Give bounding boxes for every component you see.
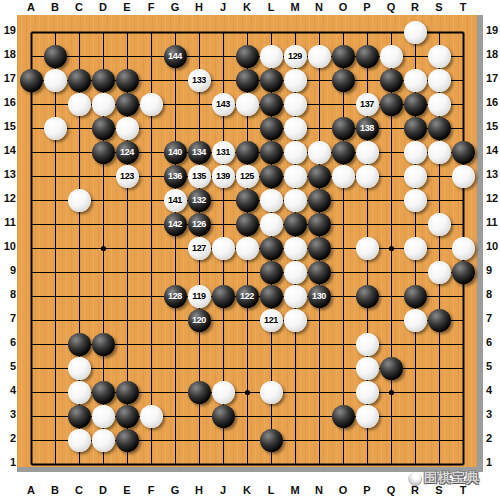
white-stone-P14[interactable] (356, 141, 379, 164)
white-stone-K16[interactable] (236, 93, 259, 116)
coord-right-16: 16 (486, 96, 500, 108)
white-stone-P3[interactable] (356, 405, 379, 428)
logo-text: 围棋宝典 (424, 469, 480, 487)
black-stone-N10[interactable] (308, 237, 331, 260)
black-stone-O14[interactable] (332, 141, 355, 164)
black-stone-G8[interactable]: 128 (164, 285, 187, 308)
coord-bottom-H: H (187, 484, 211, 496)
white-stone-J4[interactable] (212, 381, 235, 404)
black-stone-D14[interactable] (92, 141, 115, 164)
move-number-label: 119 (192, 292, 205, 301)
white-stone-E15[interactable] (116, 117, 139, 140)
white-stone-P6[interactable] (356, 333, 379, 356)
coord-right-10: 10 (486, 240, 500, 252)
black-stone-H4[interactable] (188, 381, 211, 404)
black-stone-D15[interactable] (92, 117, 115, 140)
white-stone-R19[interactable] (404, 21, 427, 44)
coord-bottom-E: E (115, 484, 139, 496)
coord-right-9: 9 (486, 264, 500, 276)
white-stone-R12[interactable] (404, 189, 427, 212)
coord-left-3: 3 (1, 408, 16, 420)
coord-right-6: 6 (486, 336, 500, 348)
black-stone-L15[interactable] (260, 117, 283, 140)
white-stone-J14[interactable]: 131 (212, 141, 235, 164)
move-number-label: 126 (192, 220, 206, 229)
white-stone-L11[interactable] (260, 213, 283, 236)
white-stone-R10[interactable] (404, 237, 427, 260)
black-stone-K11[interactable] (236, 213, 259, 236)
coord-right-14: 14 (486, 144, 500, 156)
coord-bottom-L: L (259, 484, 283, 496)
move-number-label: 140 (168, 148, 182, 157)
coord-top-H: H (187, 1, 211, 13)
coord-top-O: O (331, 1, 355, 13)
white-stone-F3[interactable] (140, 405, 163, 428)
coord-right-13: 13 (486, 168, 500, 180)
black-stone-E17[interactable] (116, 69, 139, 92)
black-stone-O17[interactable] (332, 69, 355, 92)
coord-left-2: 2 (1, 432, 16, 444)
white-stone-S9[interactable] (428, 261, 451, 284)
black-stone-K12[interactable] (236, 189, 259, 212)
black-stone-R15[interactable] (404, 117, 427, 140)
black-stone-C17[interactable] (68, 69, 91, 92)
coord-right-12: 12 (486, 192, 500, 204)
white-stone-O13[interactable] (332, 165, 355, 188)
coord-left-15: 15 (1, 120, 16, 132)
black-stone-N13[interactable] (308, 165, 331, 188)
go-stone-swirl-icon (408, 472, 421, 485)
white-stone-C16[interactable] (68, 93, 91, 116)
black-stone-L13[interactable] (260, 165, 283, 188)
white-stone-D3[interactable] (92, 405, 115, 428)
move-number-label: 135 (192, 172, 206, 181)
coord-top-S: S (427, 1, 451, 13)
white-stone-T10[interactable] (452, 237, 475, 260)
black-stone-D17[interactable] (92, 69, 115, 92)
black-stone-H11[interactable]: 126 (188, 213, 211, 236)
white-stone-P16[interactable]: 137 (356, 93, 379, 116)
white-stone-D16[interactable] (92, 93, 115, 116)
black-stone-K14[interactable] (236, 141, 259, 164)
black-stone-E4[interactable] (116, 381, 139, 404)
black-stone-C3[interactable] (68, 405, 91, 428)
white-stone-M18[interactable]: 129 (284, 45, 307, 68)
coord-top-T: T (451, 1, 475, 13)
coord-top-G: G (163, 1, 187, 13)
black-stone-R16[interactable] (404, 93, 427, 116)
coord-left-16: 16 (1, 96, 16, 108)
black-stone-Q16[interactable] (380, 93, 403, 116)
white-stone-L7[interactable]: 121 (260, 309, 283, 332)
black-stone-G14[interactable]: 140 (164, 141, 187, 164)
black-stone-E3[interactable] (116, 405, 139, 428)
coord-right-17: 17 (486, 72, 500, 84)
coord-right-1: 1 (486, 456, 500, 468)
move-number-label: 133 (192, 76, 206, 85)
black-stone-K8[interactable]: 122 (236, 285, 259, 308)
white-stone-M16[interactable] (284, 93, 307, 116)
white-stone-C12[interactable] (68, 189, 91, 212)
move-number-label: 124 (120, 148, 134, 157)
black-stone-Q5[interactable] (380, 357, 403, 380)
coord-right-2: 2 (486, 432, 500, 444)
white-stone-R13[interactable] (404, 165, 427, 188)
go-diagram-screen: 1441291331431371381241401341311231361351… (0, 0, 500, 500)
black-stone-S7[interactable] (428, 309, 451, 332)
coord-top-C: C (67, 1, 91, 13)
white-stone-C2[interactable] (68, 429, 91, 452)
coord-top-M: M (283, 1, 307, 13)
black-stone-M11[interactable] (284, 213, 307, 236)
white-stone-K13[interactable]: 125 (236, 165, 259, 188)
move-number-label: 141 (168, 196, 182, 205)
black-stone-G18[interactable]: 144 (164, 45, 187, 68)
white-stone-P4[interactable] (356, 381, 379, 404)
coord-top-P: P (355, 1, 379, 13)
go-board[interactable]: 1441291331431371381241401341311231361351… (17, 15, 483, 472)
coord-top-F: F (139, 1, 163, 13)
black-stone-E14[interactable]: 124 (116, 141, 139, 164)
white-stone-M7[interactable] (284, 309, 307, 332)
coord-right-3: 3 (486, 408, 500, 420)
black-stone-S15[interactable] (428, 117, 451, 140)
black-stone-T9[interactable] (452, 261, 475, 284)
black-stone-L16[interactable] (260, 93, 283, 116)
coord-bottom-Q: Q (379, 484, 403, 496)
move-number-label: 122 (240, 292, 254, 301)
black-stone-N11[interactable] (308, 213, 331, 236)
coord-right-4: 4 (486, 384, 500, 396)
coord-top-K: K (235, 1, 259, 13)
coord-right-7: 7 (486, 312, 500, 324)
coord-top-J: J (211, 1, 235, 13)
white-stone-F16[interactable] (140, 93, 163, 116)
coord-top-N: N (307, 1, 331, 13)
coord-bottom-A: A (19, 484, 43, 496)
black-stone-T14[interactable] (452, 141, 475, 164)
black-stone-R8[interactable] (404, 285, 427, 308)
black-stone-P8[interactable] (356, 285, 379, 308)
white-stone-M13[interactable] (284, 165, 307, 188)
coord-left-18: 18 (1, 48, 16, 60)
move-number-label: 121 (264, 316, 278, 325)
black-stone-L17[interactable] (260, 69, 283, 92)
coord-bottom-B: B (43, 484, 67, 496)
white-stone-M10[interactable] (284, 237, 307, 260)
move-number-label: 139 (216, 172, 230, 181)
white-stone-H10[interactable]: 127 (188, 237, 211, 260)
black-stone-G13[interactable]: 136 (164, 165, 187, 188)
coord-bottom-C: C (67, 484, 91, 496)
coord-left-13: 13 (1, 168, 16, 180)
coord-right-18: 18 (486, 48, 500, 60)
coord-right-19: 19 (486, 24, 500, 36)
coord-bottom-N: N (307, 484, 331, 496)
black-stone-G11[interactable]: 142 (164, 213, 187, 236)
white-stone-R14[interactable] (404, 141, 427, 164)
coord-top-L: L (259, 1, 283, 13)
black-stone-L8[interactable] (260, 285, 283, 308)
move-number-label: 144 (168, 52, 182, 61)
black-stone-N9[interactable] (308, 261, 331, 284)
move-number-label: 123 (120, 172, 134, 181)
move-number-label: 129 (288, 52, 302, 61)
coord-left-9: 9 (1, 264, 16, 276)
coord-left-14: 14 (1, 144, 16, 156)
app-logo: 围棋宝典 (408, 469, 480, 487)
coord-left-11: 11 (1, 216, 16, 228)
coord-left-8: 8 (1, 288, 16, 300)
black-stone-K18[interactable] (236, 45, 259, 68)
white-stone-C4[interactable] (68, 381, 91, 404)
white-stone-H17[interactable]: 133 (188, 69, 211, 92)
white-stone-S18[interactable] (428, 45, 451, 68)
black-stone-P18[interactable] (356, 45, 379, 68)
black-stone-L10[interactable] (260, 237, 283, 260)
white-stone-S11[interactable] (428, 213, 451, 236)
black-stone-D4[interactable] (92, 381, 115, 404)
white-stone-J16[interactable]: 143 (212, 93, 235, 116)
white-stone-E13[interactable]: 123 (116, 165, 139, 188)
black-stone-N12[interactable] (308, 189, 331, 212)
white-stone-M12[interactable] (284, 189, 307, 212)
black-stone-E16[interactable] (116, 93, 139, 116)
white-stone-L12[interactable] (260, 189, 283, 212)
coord-bottom-O: O (331, 484, 355, 496)
white-stone-L4[interactable] (260, 381, 283, 404)
coord-left-12: 12 (1, 192, 16, 204)
move-number-label: 131 (216, 148, 230, 157)
move-number-label: 138 (360, 124, 374, 133)
white-stone-G12[interactable]: 141 (164, 189, 187, 212)
white-stone-M8[interactable] (284, 285, 307, 308)
black-stone-O18[interactable] (332, 45, 355, 68)
white-stone-M14[interactable] (284, 141, 307, 164)
black-stone-L14[interactable] (260, 141, 283, 164)
black-stone-L2[interactable] (260, 429, 283, 452)
black-stone-P15[interactable]: 138 (356, 117, 379, 140)
move-number-label: 137 (360, 100, 374, 109)
black-stone-B18[interactable] (44, 45, 67, 68)
move-number-label: 125 (240, 172, 254, 181)
move-number-label: 130 (312, 292, 326, 301)
coord-top-E: E (115, 1, 139, 13)
coord-left-6: 6 (1, 336, 16, 348)
white-stone-B17[interactable] (44, 69, 67, 92)
black-stone-J3[interactable] (212, 405, 235, 428)
coord-left-4: 4 (1, 384, 16, 396)
white-stone-J13[interactable]: 139 (212, 165, 235, 188)
white-stone-M15[interactable] (284, 117, 307, 140)
coord-bottom-F: F (139, 484, 163, 496)
black-stone-E2[interactable] (116, 429, 139, 452)
black-stone-A17[interactable] (20, 69, 43, 92)
white-stone-P13[interactable] (356, 165, 379, 188)
black-stone-Q17[interactable] (380, 69, 403, 92)
coord-bottom-M: M (283, 484, 307, 496)
white-stone-C5[interactable] (68, 357, 91, 380)
black-stone-O15[interactable] (332, 117, 355, 140)
white-stone-S17[interactable] (428, 69, 451, 92)
white-stone-L18[interactable] (260, 45, 283, 68)
white-stone-S16[interactable] (428, 93, 451, 116)
black-stone-D6[interactable] (92, 333, 115, 356)
coord-bottom-J: J (211, 484, 235, 496)
move-number-label: 132 (192, 196, 206, 205)
white-stone-Q18[interactable] (380, 45, 403, 68)
move-number-label: 128 (168, 292, 182, 301)
move-number-label: 120 (192, 316, 206, 325)
black-stone-H7[interactable]: 120 (188, 309, 211, 332)
coord-top-D: D (91, 1, 115, 13)
white-stone-J10[interactable] (212, 237, 235, 260)
move-number-label: 136 (168, 172, 182, 181)
coord-top-A: A (19, 1, 43, 13)
black-stone-N8[interactable]: 130 (308, 285, 331, 308)
white-stone-R7[interactable] (404, 309, 427, 332)
coord-top-B: B (43, 1, 67, 13)
black-stone-C6[interactable] (68, 333, 91, 356)
white-stone-T13[interactable] (452, 165, 475, 188)
white-stone-K10[interactable] (236, 237, 259, 260)
coord-bottom-K: K (235, 484, 259, 496)
black-stone-H12[interactable]: 132 (188, 189, 211, 212)
black-stone-H14[interactable]: 134 (188, 141, 211, 164)
coord-bottom-P: P (355, 484, 379, 496)
move-number-label: 134 (192, 148, 206, 157)
white-stone-H13[interactable]: 135 (188, 165, 211, 188)
white-stone-D2[interactable] (92, 429, 115, 452)
coord-right-5: 5 (486, 360, 500, 372)
coord-left-5: 5 (1, 360, 16, 372)
move-number-label: 127 (192, 244, 206, 253)
coord-left-19: 19 (1, 24, 16, 36)
black-stone-J8[interactable] (212, 285, 235, 308)
move-number-label: 142 (168, 220, 182, 229)
white-stone-H8[interactable]: 119 (188, 285, 211, 308)
coord-left-1: 1 (1, 456, 16, 468)
black-stone-L9[interactable] (260, 261, 283, 284)
white-stone-P10[interactable] (356, 237, 379, 260)
white-stone-B15[interactable] (44, 117, 67, 140)
white-stone-M9[interactable] (284, 261, 307, 284)
white-stone-P5[interactable] (356, 357, 379, 380)
coord-bottom-G: G (163, 484, 187, 496)
move-number-label: 143 (216, 100, 230, 109)
coord-left-7: 7 (1, 312, 16, 324)
white-stone-N18[interactable] (308, 45, 331, 68)
coord-top-Q: Q (379, 1, 403, 13)
coord-right-15: 15 (486, 120, 500, 132)
white-stone-N14[interactable] (308, 141, 331, 164)
coord-right-8: 8 (486, 288, 500, 300)
black-stone-K17[interactable] (236, 69, 259, 92)
black-stone-O3[interactable] (332, 405, 355, 428)
coord-left-10: 10 (1, 240, 16, 252)
white-stone-R17[interactable] (404, 69, 427, 92)
coord-top-R: R (403, 1, 427, 13)
coord-left-17: 17 (1, 72, 16, 84)
coord-bottom-D: D (91, 484, 115, 496)
coord-right-11: 11 (486, 216, 500, 228)
white-stone-M17[interactable] (284, 69, 307, 92)
stones-layer: 1441291331431371381241401341311231361351… (17, 15, 477, 467)
white-stone-S14[interactable] (428, 141, 451, 164)
